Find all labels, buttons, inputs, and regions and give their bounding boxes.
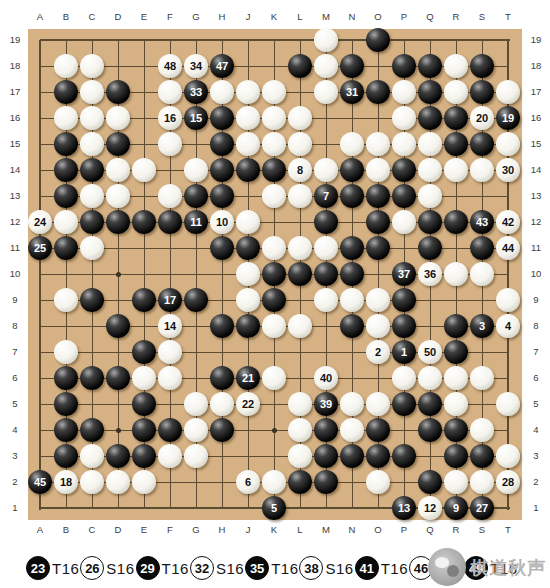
row-label-left: 3 — [6, 450, 24, 462]
black-stone-P8 — [392, 314, 416, 338]
caption-item: 41T16 — [355, 556, 408, 580]
black-stone-Q4 — [418, 418, 442, 442]
white-stone-L13 — [288, 184, 312, 208]
black-stone-Q5 — [418, 392, 442, 416]
move-number: 24 — [34, 216, 46, 228]
white-stone-P12 — [392, 210, 416, 234]
caption-black-stone: 29 — [136, 556, 160, 580]
column-label-bottom: E — [135, 524, 153, 536]
black-stone-C14 — [80, 158, 104, 182]
move-number: 25 — [34, 242, 46, 254]
black-stone-M10 — [314, 262, 338, 286]
white-stone-T14: 30 — [496, 158, 520, 182]
black-stone-E3 — [132, 444, 156, 468]
caption-coordinate: S16 — [216, 560, 244, 577]
white-stone-L4 — [288, 418, 312, 442]
white-stone-T2: 28 — [496, 470, 520, 494]
column-label-top: R — [447, 11, 465, 23]
column-label-top: P — [395, 11, 413, 23]
caption-white-stone: 26 — [80, 556, 104, 580]
black-stone-P1: 13 — [392, 496, 416, 520]
white-stone-G5 — [184, 392, 208, 416]
column-label-top: A — [31, 11, 49, 23]
column-label-top: F — [161, 11, 179, 23]
row-label-left: 13 — [6, 190, 24, 202]
white-stone-B9 — [54, 288, 78, 312]
white-stone-R14 — [444, 158, 468, 182]
move-number: 10 — [216, 216, 228, 228]
black-stone-B5 — [54, 392, 78, 416]
column-label-top: L — [291, 11, 309, 23]
row-label-left: 4 — [6, 424, 24, 436]
black-stone-K9 — [262, 288, 286, 312]
black-stone-R12 — [444, 210, 468, 234]
caption-black-stone: 35 — [245, 556, 269, 580]
white-stone-C11 — [80, 236, 104, 260]
black-stone-D17 — [106, 80, 130, 104]
column-label-bottom: O — [369, 524, 387, 536]
move-number: 8 — [297, 164, 303, 176]
black-stone-H18: 47 — [210, 54, 234, 78]
white-stone-Q6 — [418, 366, 442, 390]
white-stone-E2 — [132, 470, 156, 494]
white-stone-P6 — [392, 366, 416, 390]
black-stone-Q17 — [418, 80, 442, 104]
white-stone-O8 — [366, 314, 390, 338]
row-label-right: 10 — [527, 268, 545, 280]
move-number: 1 — [401, 346, 407, 358]
white-stone-S2 — [470, 470, 494, 494]
column-label-bottom: S — [473, 524, 491, 536]
white-stone-M9 — [314, 288, 338, 312]
white-stone-K11 — [262, 236, 286, 260]
black-stone-N10 — [340, 262, 364, 286]
row-label-right: 9 — [527, 294, 545, 306]
white-stone-C13 — [80, 184, 104, 208]
row-label-left: 11 — [6, 242, 24, 254]
white-stone-B16 — [54, 106, 78, 130]
black-stone-P7: 1 — [392, 340, 416, 364]
row-label-right: 15 — [527, 138, 545, 150]
black-stone-A2: 45 — [28, 470, 52, 494]
black-stone-F12 — [158, 210, 182, 234]
black-stone-D12 — [106, 210, 130, 234]
white-stone-K16 — [262, 106, 286, 130]
black-stone-D15 — [106, 132, 130, 156]
white-stone-H5 — [210, 392, 234, 416]
white-stone-T9 — [496, 288, 520, 312]
black-stone-B15 — [54, 132, 78, 156]
white-stone-T8: 4 — [496, 314, 520, 338]
move-number: 36 — [424, 268, 436, 280]
white-stone-D16 — [106, 106, 130, 130]
white-stone-F18: 48 — [158, 54, 182, 78]
white-stone-C18 — [80, 54, 104, 78]
row-label-left: 15 — [6, 138, 24, 150]
black-stone-B4 — [54, 418, 78, 442]
white-stone-Q1: 12 — [418, 496, 442, 520]
white-stone-M6: 40 — [314, 366, 338, 390]
black-stone-G17: 33 — [184, 80, 208, 104]
white-stone-T15 — [496, 132, 520, 156]
column-label-bottom: G — [187, 524, 205, 536]
white-stone-P16 — [392, 106, 416, 130]
white-stone-K2 — [262, 470, 286, 494]
move-number: 34 — [190, 60, 202, 72]
white-stone-F3 — [158, 444, 182, 468]
caption-item: 23T16 — [26, 556, 79, 580]
row-label-left: 16 — [6, 112, 24, 124]
black-stone-H15 — [210, 132, 234, 156]
white-stone-J15 — [236, 132, 260, 156]
row-label-right: 13 — [527, 190, 545, 202]
white-stone-Q14 — [418, 158, 442, 182]
black-stone-G13 — [184, 184, 208, 208]
row-label-right: 16 — [527, 112, 545, 124]
row-label-left: 5 — [6, 398, 24, 410]
white-stone-H12: 10 — [210, 210, 234, 234]
black-stone-O13 — [366, 184, 390, 208]
black-stone-L10 — [288, 262, 312, 286]
black-stone-S8: 3 — [470, 314, 494, 338]
row-label-left: 18 — [6, 60, 24, 72]
white-stone-B12 — [54, 210, 78, 234]
white-stone-R6 — [444, 366, 468, 390]
move-number: 5 — [271, 502, 277, 514]
white-stone-A12: 24 — [28, 210, 52, 234]
white-stone-J5: 22 — [236, 392, 260, 416]
row-label-left: 12 — [6, 216, 24, 228]
black-stone-M3 — [314, 444, 338, 468]
column-label-top: G — [187, 11, 205, 23]
white-stone-R5 — [444, 392, 468, 416]
white-stone-J17 — [236, 80, 260, 104]
column-label-top: E — [135, 11, 153, 23]
white-stone-Q10: 36 — [418, 262, 442, 286]
row-label-right: 8 — [527, 320, 545, 332]
move-number: 17 — [164, 294, 176, 306]
black-stone-P18 — [392, 54, 416, 78]
column-label-bottom: P — [395, 524, 413, 536]
black-stone-T16: 19 — [496, 106, 520, 130]
white-stone-F13 — [158, 184, 182, 208]
black-stone-A11: 25 — [28, 236, 52, 260]
go-diagram-page: AABBCCDDEEFFGGHHJJKKLLMMNNOOPPQQRRSSTT19… — [0, 0, 550, 588]
white-stone-R10 — [444, 262, 468, 286]
black-stone-P3 — [392, 444, 416, 468]
black-stone-H6 — [210, 366, 234, 390]
white-stone-Q15 — [418, 132, 442, 156]
white-stone-T3 — [496, 444, 520, 468]
row-label-left: 19 — [6, 34, 24, 46]
white-stone-M18 — [314, 54, 338, 78]
black-stone-L2 — [288, 470, 312, 494]
move-number: 50 — [424, 346, 436, 358]
black-stone-L18 — [288, 54, 312, 78]
white-stone-L8 — [288, 314, 312, 338]
black-stone-H16 — [210, 106, 234, 130]
black-stone-P14 — [392, 158, 416, 182]
white-stone-E6 — [132, 366, 156, 390]
row-label-right: 3 — [527, 450, 545, 462]
black-stone-S1: 27 — [470, 496, 494, 520]
move-number: 48 — [164, 60, 176, 72]
move-number: 11 — [190, 216, 202, 228]
white-stone-M14 — [314, 158, 338, 182]
white-stone-S14 — [470, 158, 494, 182]
move-number: 9 — [453, 502, 459, 514]
row-label-left: 6 — [6, 372, 24, 384]
white-stone-C17 — [80, 80, 104, 104]
white-stone-P15 — [392, 132, 416, 156]
black-stone-O3 — [366, 444, 390, 468]
white-stone-P17 — [392, 80, 416, 104]
black-stone-E12 — [132, 210, 156, 234]
row-label-left: 10 — [6, 268, 24, 280]
white-stone-K15 — [262, 132, 286, 156]
white-stone-L5 — [288, 392, 312, 416]
row-label-left: 1 — [6, 502, 24, 514]
row-label-right: 7 — [527, 346, 545, 358]
black-stone-S15 — [470, 132, 494, 156]
white-stone-B2: 18 — [54, 470, 78, 494]
column-label-bottom: Q — [421, 524, 439, 536]
move-number: 39 — [320, 398, 332, 410]
white-stone-F17 — [158, 80, 182, 104]
black-stone-H11 — [210, 236, 234, 260]
row-label-right: 4 — [527, 424, 545, 436]
column-label-bottom: K — [265, 524, 283, 536]
row-label-left: 8 — [6, 320, 24, 332]
white-stone-K6 — [262, 366, 286, 390]
caption-coordinate: T16 — [271, 560, 298, 577]
row-label-right: 1 — [527, 502, 545, 514]
watermark: 棋道秋声 — [426, 546, 550, 588]
column-label-bottom: L — [291, 524, 309, 536]
move-number: 20 — [476, 112, 488, 124]
black-stone-S11 — [470, 236, 494, 260]
white-stone-J16 — [236, 106, 260, 130]
black-stone-N18 — [340, 54, 364, 78]
move-number: 12 — [424, 502, 436, 514]
white-stone-R18 — [444, 54, 468, 78]
white-stone-Q7: 50 — [418, 340, 442, 364]
move-number: 28 — [502, 476, 514, 488]
row-label-right: 6 — [527, 372, 545, 384]
caption-white-stone: 32 — [190, 556, 214, 580]
white-stone-F16: 16 — [158, 106, 182, 130]
black-stone-C12 — [80, 210, 104, 234]
move-number: 21 — [242, 372, 254, 384]
white-stone-F7 — [158, 340, 182, 364]
caption-black-stone: 23 — [26, 556, 50, 580]
white-stone-T5 — [496, 392, 520, 416]
row-label-right: 19 — [527, 34, 545, 46]
white-stone-D14 — [106, 158, 130, 182]
black-stone-Q11 — [418, 236, 442, 260]
black-stone-M5: 39 — [314, 392, 338, 416]
column-label-bottom: H — [213, 524, 231, 536]
black-stone-O17 — [366, 80, 390, 104]
white-stone-T12: 42 — [496, 210, 520, 234]
white-stone-M17 — [314, 80, 338, 104]
caption-white-stone: 38 — [299, 556, 323, 580]
black-stone-F4 — [158, 418, 182, 442]
black-stone-J11 — [236, 236, 260, 260]
black-stone-N8 — [340, 314, 364, 338]
black-stone-B17 — [54, 80, 78, 104]
column-label-bottom: M — [317, 524, 335, 536]
black-stone-R1: 9 — [444, 496, 468, 520]
row-label-left: 2 — [6, 476, 24, 488]
black-stone-E5 — [132, 392, 156, 416]
watermark-logo-icon — [428, 548, 466, 586]
white-stone-N15 — [340, 132, 364, 156]
column-label-top: J — [239, 11, 257, 23]
white-stone-B7 — [54, 340, 78, 364]
black-stone-P10: 37 — [392, 262, 416, 286]
white-stone-F6 — [158, 366, 182, 390]
white-stone-R17 — [444, 80, 468, 104]
white-stone-G3 — [184, 444, 208, 468]
row-label-left: 17 — [6, 86, 24, 98]
column-label-top: S — [473, 11, 491, 23]
move-number: 7 — [323, 190, 329, 202]
column-label-bottom: A — [31, 524, 49, 536]
white-stone-N4 — [340, 418, 364, 442]
black-stone-K10 — [262, 262, 286, 286]
star-point — [116, 272, 121, 277]
white-stone-M11 — [314, 236, 338, 260]
move-number: 2 — [375, 346, 381, 358]
black-stone-Q16 — [418, 106, 442, 130]
move-number: 13 — [398, 502, 410, 514]
move-number: 44 — [502, 242, 514, 254]
column-label-top: M — [317, 11, 335, 23]
black-stone-F9: 17 — [158, 288, 182, 312]
white-stone-O14 — [366, 158, 390, 182]
white-stone-S6 — [470, 366, 494, 390]
white-stone-S16: 20 — [470, 106, 494, 130]
column-label-bottom: R — [447, 524, 465, 536]
black-stone-R3 — [444, 444, 468, 468]
column-label-top: H — [213, 11, 231, 23]
column-label-bottom: J — [239, 524, 257, 536]
caption-coordinate: T16 — [52, 560, 79, 577]
caption-coordinate: S16 — [106, 560, 134, 577]
column-label-top: O — [369, 11, 387, 23]
black-stone-H13 — [210, 184, 234, 208]
black-stone-N14 — [340, 158, 364, 182]
black-stone-P5 — [392, 392, 416, 416]
black-stone-J14 — [236, 158, 260, 182]
white-stone-J12 — [236, 210, 260, 234]
column-label-bottom: C — [83, 524, 101, 536]
move-number: 40 — [320, 372, 332, 384]
white-stone-M19 — [314, 28, 338, 52]
caption-coordinate: S16 — [325, 560, 353, 577]
move-number: 30 — [502, 164, 514, 176]
column-label-top: T — [499, 11, 517, 23]
white-stone-F15 — [158, 132, 182, 156]
black-stone-Q2 — [418, 470, 442, 494]
caption-item: 35T16 — [245, 556, 298, 580]
move-number: 19 — [502, 112, 514, 124]
black-stone-G16: 15 — [184, 106, 208, 130]
white-stone-S10 — [470, 262, 494, 286]
white-stone-R2 — [444, 470, 468, 494]
caption-item: 29T16 — [136, 556, 189, 580]
move-number: 15 — [190, 112, 202, 124]
white-stone-O5 — [366, 392, 390, 416]
black-stone-D3 — [106, 444, 130, 468]
move-number: 42 — [502, 216, 514, 228]
black-stone-M2 — [314, 470, 338, 494]
column-label-top: Q — [421, 11, 439, 23]
black-stone-S18 — [470, 54, 494, 78]
black-stone-S3 — [470, 444, 494, 468]
move-number: 31 — [346, 86, 358, 98]
black-stone-J6: 21 — [236, 366, 260, 390]
white-stone-N5 — [340, 392, 364, 416]
black-stone-Q12 — [418, 210, 442, 234]
white-stone-F8: 14 — [158, 314, 182, 338]
star-point — [272, 428, 277, 433]
black-stone-R15 — [444, 132, 468, 156]
black-stone-N13 — [340, 184, 364, 208]
white-stone-K17 — [262, 80, 286, 104]
caption-item: 32S16 — [190, 556, 244, 580]
row-label-right: 2 — [527, 476, 545, 488]
row-label-left: 9 — [6, 294, 24, 306]
black-stone-P9 — [392, 288, 416, 312]
black-stone-C9 — [80, 288, 104, 312]
black-stone-H14 — [210, 158, 234, 182]
black-stone-B3 — [54, 444, 78, 468]
black-stone-E4 — [132, 418, 156, 442]
black-stone-S12: 43 — [470, 210, 494, 234]
black-stone-B13 — [54, 184, 78, 208]
grid-line-horizontal — [40, 39, 510, 41]
row-label-right: 5 — [527, 398, 545, 410]
white-stone-O9 — [366, 288, 390, 312]
white-stone-O2 — [366, 470, 390, 494]
white-stone-T17 — [496, 80, 520, 104]
black-stone-S17 — [470, 80, 494, 104]
black-stone-O19 — [366, 28, 390, 52]
white-stone-D13 — [106, 184, 130, 208]
move-number: 43 — [476, 216, 488, 228]
white-stone-C16 — [80, 106, 104, 130]
move-number: 45 — [34, 476, 46, 488]
white-stone-E14 — [132, 158, 156, 182]
black-stone-H4 — [210, 418, 234, 442]
black-stone-O11 — [366, 236, 390, 260]
row-label-right: 12 — [527, 216, 545, 228]
black-stone-O4 — [366, 418, 390, 442]
black-stone-R4 — [444, 418, 468, 442]
black-stone-N3 — [340, 444, 364, 468]
move-number: 47 — [216, 60, 228, 72]
white-stone-Q13 — [418, 184, 442, 208]
white-stone-K8 — [262, 314, 286, 338]
black-stone-C4 — [80, 418, 104, 442]
caption-black-stone: 41 — [355, 556, 379, 580]
black-stone-O12 — [366, 210, 390, 234]
column-label-bottom: T — [499, 524, 517, 536]
column-label-bottom: F — [161, 524, 179, 536]
black-stone-N17: 31 — [340, 80, 364, 104]
